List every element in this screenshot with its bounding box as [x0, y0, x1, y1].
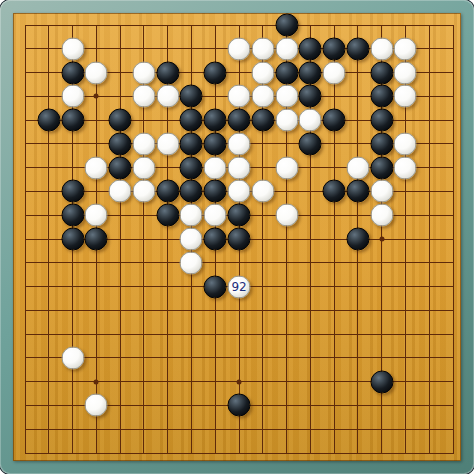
- black-stone[interactable]: [37, 109, 60, 132]
- black-stone[interactable]: [109, 156, 132, 179]
- star-point: [379, 237, 384, 242]
- white-stone[interactable]: [275, 204, 298, 227]
- white-stone[interactable]: [204, 204, 227, 227]
- grid-line-h: [25, 357, 454, 358]
- black-stone[interactable]: [370, 370, 393, 393]
- black-stone[interactable]: [180, 180, 203, 203]
- black-stone[interactable]: [156, 180, 179, 203]
- white-stone[interactable]: [394, 156, 417, 179]
- white-stone[interactable]: [156, 132, 179, 155]
- white-stone[interactable]: [180, 228, 203, 251]
- star-point: [94, 94, 99, 99]
- white-stone[interactable]: [132, 61, 155, 84]
- grid-line-h: [25, 453, 454, 454]
- white-stone[interactable]: 92: [228, 275, 251, 298]
- white-stone[interactable]: [156, 85, 179, 108]
- black-stone[interactable]: [204, 228, 227, 251]
- go-board[interactable]: 92: [13, 13, 461, 461]
- white-stone[interactable]: [180, 251, 203, 274]
- black-stone[interactable]: [346, 180, 369, 203]
- black-stone[interactable]: [228, 228, 251, 251]
- white-stone[interactable]: [228, 180, 251, 203]
- black-stone[interactable]: [346, 37, 369, 60]
- white-stone[interactable]: [132, 156, 155, 179]
- white-stone[interactable]: [204, 156, 227, 179]
- black-stone[interactable]: [346, 228, 369, 251]
- white-stone[interactable]: [394, 61, 417, 84]
- white-stone[interactable]: [85, 61, 108, 84]
- black-stone[interactable]: [85, 228, 108, 251]
- black-stone[interactable]: [61, 204, 84, 227]
- black-stone[interactable]: [180, 156, 203, 179]
- white-stone[interactable]: [370, 180, 393, 203]
- white-stone[interactable]: [394, 85, 417, 108]
- black-stone[interactable]: [299, 61, 322, 84]
- grid-line-v: [334, 25, 335, 454]
- white-stone[interactable]: [132, 85, 155, 108]
- white-stone[interactable]: [275, 156, 298, 179]
- black-stone[interactable]: [204, 61, 227, 84]
- grid-line-h: [25, 25, 454, 26]
- black-stone[interactable]: [323, 180, 346, 203]
- grid-line-v: [25, 25, 26, 454]
- white-stone[interactable]: [228, 132, 251, 155]
- white-stone[interactable]: [180, 204, 203, 227]
- white-stone[interactable]: [275, 109, 298, 132]
- black-stone[interactable]: [204, 132, 227, 155]
- black-stone[interactable]: [228, 204, 251, 227]
- white-stone[interactable]: [275, 85, 298, 108]
- black-stone[interactable]: [275, 14, 298, 37]
- black-stone[interactable]: [299, 85, 322, 108]
- white-stone[interactable]: [251, 37, 274, 60]
- white-stone[interactable]: [275, 37, 298, 60]
- black-stone[interactable]: [299, 132, 322, 155]
- black-stone[interactable]: [61, 109, 84, 132]
- white-stone[interactable]: [85, 204, 108, 227]
- black-stone[interactable]: [109, 109, 132, 132]
- black-stone[interactable]: [109, 132, 132, 155]
- white-stone[interactable]: [132, 180, 155, 203]
- black-stone[interactable]: [61, 61, 84, 84]
- white-stone[interactable]: [61, 85, 84, 108]
- black-stone[interactable]: [275, 61, 298, 84]
- white-stone[interactable]: [394, 132, 417, 155]
- black-stone[interactable]: [204, 180, 227, 203]
- white-stone[interactable]: [61, 346, 84, 369]
- grid-line-v: [453, 25, 454, 454]
- black-stone[interactable]: [156, 204, 179, 227]
- black-stone[interactable]: [370, 61, 393, 84]
- grid-line-h: [25, 334, 454, 335]
- move-number-label: 92: [231, 281, 246, 293]
- white-stone[interactable]: [394, 37, 417, 60]
- board-frame: 92: [0, 0, 474, 474]
- white-stone[interactable]: [251, 180, 274, 203]
- black-stone[interactable]: [370, 85, 393, 108]
- white-stone[interactable]: [132, 132, 155, 155]
- black-stone[interactable]: [180, 109, 203, 132]
- black-stone[interactable]: [323, 37, 346, 60]
- grid-line-h: [25, 310, 454, 311]
- black-stone[interactable]: [204, 275, 227, 298]
- white-stone[interactable]: [251, 85, 274, 108]
- white-stone[interactable]: [228, 156, 251, 179]
- star-point: [237, 379, 242, 384]
- black-stone[interactable]: [299, 37, 322, 60]
- grid-line-h: [25, 262, 454, 263]
- white-stone[interactable]: [299, 109, 322, 132]
- black-stone[interactable]: [156, 61, 179, 84]
- black-stone[interactable]: [251, 109, 274, 132]
- black-stone[interactable]: [228, 109, 251, 132]
- white-stone[interactable]: [370, 204, 393, 227]
- grid-line-v: [120, 25, 121, 454]
- black-stone[interactable]: [370, 156, 393, 179]
- black-stone[interactable]: [61, 228, 84, 251]
- grid-line-v: [48, 25, 49, 454]
- grid-line-h: [25, 429, 454, 430]
- white-stone[interactable]: [85, 156, 108, 179]
- black-stone[interactable]: [180, 132, 203, 155]
- black-stone[interactable]: [370, 109, 393, 132]
- black-stone[interactable]: [323, 109, 346, 132]
- white-stone[interactable]: [61, 37, 84, 60]
- black-stone[interactable]: [370, 132, 393, 155]
- black-stone[interactable]: [204, 109, 227, 132]
- white-stone[interactable]: [251, 61, 274, 84]
- black-stone[interactable]: [180, 85, 203, 108]
- grid-line-v: [429, 25, 430, 454]
- white-stone[interactable]: [323, 61, 346, 84]
- black-stone[interactable]: [61, 180, 84, 203]
- black-stone[interactable]: [228, 394, 251, 417]
- star-point: [94, 379, 99, 384]
- white-stone[interactable]: [370, 37, 393, 60]
- white-stone[interactable]: [346, 156, 369, 179]
- white-stone[interactable]: [109, 180, 132, 203]
- white-stone[interactable]: [85, 394, 108, 417]
- white-stone[interactable]: [228, 85, 251, 108]
- white-stone[interactable]: [228, 37, 251, 60]
